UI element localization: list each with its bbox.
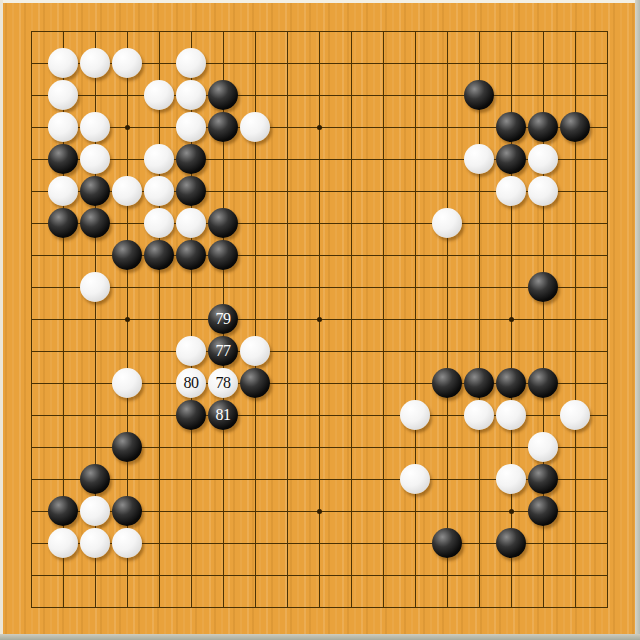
black-stone <box>112 240 142 270</box>
white-stone <box>144 80 174 110</box>
move-number-label: 81 <box>216 407 231 423</box>
black-stone <box>208 80 238 110</box>
black-stone <box>208 112 238 142</box>
white-stone <box>176 208 206 238</box>
black-stone <box>528 112 558 142</box>
black-stone <box>112 496 142 526</box>
white-stone <box>464 144 494 174</box>
white-stone <box>144 144 174 174</box>
star-point-dot <box>509 509 514 514</box>
white-stone <box>48 80 78 110</box>
white-stone <box>80 496 110 526</box>
black-stone <box>496 112 526 142</box>
white-stone <box>400 400 430 430</box>
move-number-label: 79 <box>216 311 231 327</box>
star-point <box>495 495 527 527</box>
black-stone <box>176 240 206 270</box>
black-stone-move-81: 81 <box>208 400 238 430</box>
star-point-dot <box>509 317 514 322</box>
black-stone <box>176 176 206 206</box>
black-stone <box>80 176 110 206</box>
white-stone <box>464 400 494 430</box>
white-stone <box>80 112 110 142</box>
star-point <box>303 495 335 527</box>
move-number-label: 77 <box>216 343 231 359</box>
star-point <box>111 303 143 335</box>
black-stone <box>48 144 78 174</box>
white-stone <box>112 528 142 558</box>
white-stone <box>112 176 142 206</box>
white-stone <box>240 112 270 142</box>
star-point-dot <box>125 125 130 130</box>
black-stone <box>144 240 174 270</box>
white-stone-move-80: 80 <box>176 368 206 398</box>
move-number-label: 78 <box>216 375 231 391</box>
black-stone <box>80 464 110 494</box>
white-stone <box>432 208 462 238</box>
board-edge-top <box>0 0 640 3</box>
black-stone <box>528 272 558 302</box>
black-stone <box>48 208 78 238</box>
black-stone <box>464 80 494 110</box>
black-stone <box>496 368 526 398</box>
white-stone <box>176 112 206 142</box>
star-point <box>303 303 335 335</box>
white-stone <box>496 400 526 430</box>
star-point <box>495 303 527 335</box>
white-stone <box>48 528 78 558</box>
white-stone <box>400 464 430 494</box>
star-point <box>111 111 143 143</box>
black-stone-move-77: 77 <box>208 336 238 366</box>
stones-grid: 7977807881 <box>15 15 623 623</box>
black-stone <box>528 368 558 398</box>
white-stone <box>48 48 78 78</box>
black-stone <box>496 528 526 558</box>
white-stone <box>528 144 558 174</box>
star-point-dot <box>317 125 322 130</box>
white-stone <box>176 336 206 366</box>
black-stone <box>496 144 526 174</box>
white-stone <box>112 368 142 398</box>
board-edge-left <box>0 0 3 640</box>
black-stone <box>176 400 206 430</box>
white-stone-move-78: 78 <box>208 368 238 398</box>
black-stone <box>560 112 590 142</box>
board-edge-right <box>635 0 640 640</box>
white-stone <box>496 176 526 206</box>
star-point-dot <box>125 317 130 322</box>
white-stone <box>144 208 174 238</box>
star-point-dot <box>317 509 322 514</box>
black-stone <box>432 368 462 398</box>
black-stone <box>80 208 110 238</box>
white-stone <box>80 528 110 558</box>
white-stone <box>496 464 526 494</box>
black-stone-move-79: 79 <box>208 304 238 334</box>
white-stone <box>176 48 206 78</box>
black-stone <box>208 208 238 238</box>
black-stone <box>48 496 78 526</box>
white-stone <box>240 336 270 366</box>
star-point-dot <box>317 317 322 322</box>
move-number-label: 80 <box>184 375 199 391</box>
white-stone <box>48 112 78 142</box>
white-stone <box>80 272 110 302</box>
white-stone <box>48 176 78 206</box>
white-stone <box>80 144 110 174</box>
white-stone <box>560 400 590 430</box>
black-stone <box>464 368 494 398</box>
white-stone <box>528 176 558 206</box>
black-stone <box>208 240 238 270</box>
white-stone <box>528 432 558 462</box>
star-point <box>303 111 335 143</box>
black-stone <box>112 432 142 462</box>
black-stone <box>240 368 270 398</box>
black-stone <box>528 496 558 526</box>
board-edge-bottom <box>0 634 640 640</box>
black-stone <box>432 528 462 558</box>
go-board[interactable]: 7977807881 <box>0 0 640 640</box>
white-stone <box>176 80 206 110</box>
black-stone <box>176 144 206 174</box>
white-stone <box>144 176 174 206</box>
white-stone <box>112 48 142 78</box>
black-stone <box>528 464 558 494</box>
white-stone <box>80 48 110 78</box>
